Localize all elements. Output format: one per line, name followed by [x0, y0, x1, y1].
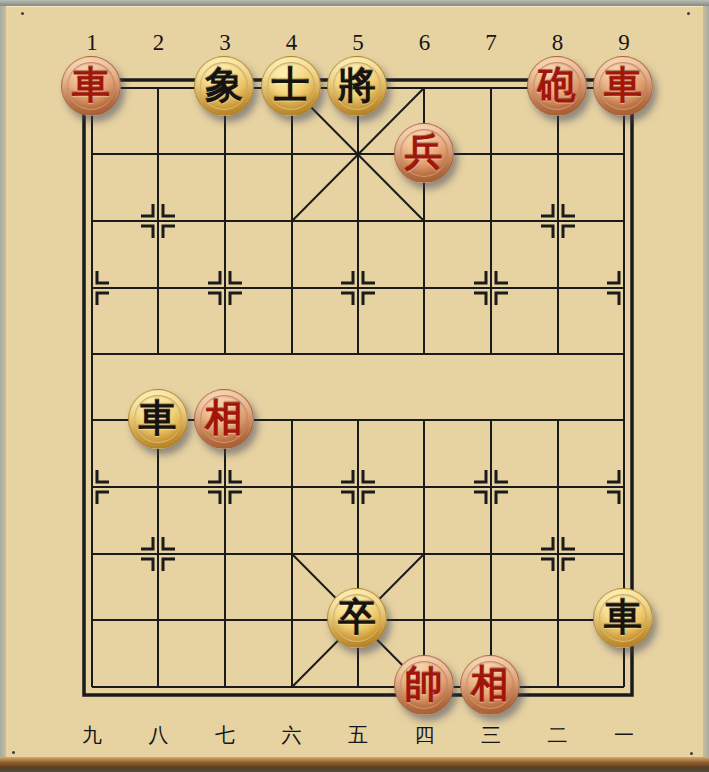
file-label-bottom: 七 — [192, 720, 259, 750]
corner-pin — [12, 751, 15, 754]
black-elephant[interactable]: 象 — [194, 56, 254, 116]
piece-glyph: 車 — [604, 598, 642, 636]
file-label-bottom: 八 — [125, 720, 192, 750]
piece-glyph: 卒 — [338, 598, 376, 636]
file-label-bottom: 三 — [458, 720, 525, 750]
file-label-top: 6 — [391, 28, 458, 58]
file-label-bottom: 九 — [59, 720, 126, 750]
piece-glyph: 車 — [72, 66, 110, 104]
file-label-top: 2 — [125, 28, 192, 58]
corner-pin — [687, 12, 690, 15]
bottom-file-labels: 九八七六五四三二一 — [59, 720, 658, 750]
corner-pin — [21, 12, 24, 15]
piece-glyph: 象 — [205, 66, 243, 104]
file-label-bottom: 六 — [258, 720, 325, 750]
piece-glyph: 車 — [139, 399, 177, 437]
black-general[interactable]: 將 — [327, 56, 387, 116]
red-chariot[interactable]: 車 — [61, 56, 121, 116]
black-chariot[interactable]: 車 — [128, 389, 188, 449]
piece-glyph: 相 — [205, 399, 243, 437]
file-label-bottom: 四 — [391, 720, 458, 750]
board-edge-right — [703, 6, 709, 758]
piece-layer: 車象士將砲車兵車相卒車帥相 — [59, 55, 658, 720]
file-label-top: 4 — [258, 28, 325, 58]
red-cannon[interactable]: 砲 — [527, 56, 587, 116]
corner-pin — [690, 752, 693, 755]
file-label-bottom: 五 — [325, 720, 392, 750]
black-chariot[interactable]: 車 — [593, 588, 653, 648]
piece-glyph: 士 — [272, 66, 310, 104]
red-soldier[interactable]: 兵 — [394, 123, 454, 183]
file-label-top: 7 — [458, 28, 525, 58]
board-edge-left — [0, 6, 6, 758]
file-label-bottom: 一 — [591, 720, 658, 750]
red-general[interactable]: 帥 — [394, 655, 454, 715]
board-edge-bottom — [0, 757, 709, 772]
file-label-top: 1 — [59, 28, 126, 58]
file-label-top: 9 — [591, 28, 658, 58]
piece-glyph: 車 — [604, 66, 642, 104]
piece-glyph: 兵 — [405, 133, 443, 171]
piece-glyph: 將 — [338, 66, 376, 104]
red-elephant[interactable]: 相 — [460, 655, 520, 715]
red-chariot[interactable]: 車 — [593, 56, 653, 116]
piece-glyph: 相 — [471, 665, 509, 703]
file-label-top: 3 — [192, 28, 259, 58]
black-soldier[interactable]: 卒 — [327, 588, 387, 648]
board-edge-top — [0, 0, 709, 7]
piece-glyph: 帥 — [405, 665, 443, 703]
xiangqi-board: 123456789 九八七六五四三二一 車象士將砲車兵車相卒車帥相 — [0, 0, 709, 772]
file-label-top: 8 — [524, 28, 591, 58]
top-file-labels: 123456789 — [59, 28, 658, 58]
black-advisor[interactable]: 士 — [261, 56, 321, 116]
file-label-bottom: 二 — [524, 720, 591, 750]
red-elephant[interactable]: 相 — [194, 389, 254, 449]
file-label-top: 5 — [325, 28, 392, 58]
piece-glyph: 砲 — [538, 66, 576, 104]
